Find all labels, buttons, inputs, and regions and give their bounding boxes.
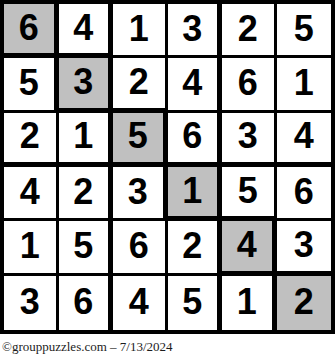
cell-r2c6[interactable]: 1 xyxy=(277,58,332,112)
digit: 4 xyxy=(237,227,257,263)
cell-r4c3[interactable]: 3 xyxy=(113,167,168,221)
digit: 3 xyxy=(128,174,148,210)
digit: 5 xyxy=(128,118,148,154)
cell-r1c4[interactable]: 3 xyxy=(168,4,223,58)
cell-r1c2[interactable]: 4 xyxy=(59,4,114,58)
digit: 3 xyxy=(20,284,40,320)
digit: 4 xyxy=(294,118,314,154)
cell-r3c6[interactable]: 4 xyxy=(277,113,332,167)
digit: 5 xyxy=(238,173,258,209)
cell-r1c5[interactable]: 2 xyxy=(222,4,277,58)
cell-r4c1[interactable]: 4 xyxy=(4,167,59,221)
digit: 5 xyxy=(19,65,39,101)
cell-r6c1[interactable]: 3 xyxy=(4,276,59,330)
cell-r2c1[interactable]: 5 xyxy=(4,58,59,112)
digit: 2 xyxy=(20,118,40,154)
digit: 5 xyxy=(182,284,202,320)
cell-r3c2[interactable]: 1 xyxy=(59,113,114,167)
cell-r3c3[interactable]: 5 xyxy=(113,113,168,167)
cell-r4c5[interactable]: 5 xyxy=(222,167,277,221)
cell-r4c6[interactable]: 6 xyxy=(277,167,332,221)
digit: 6 xyxy=(73,284,93,320)
cell-r5c2[interactable]: 5 xyxy=(59,221,114,275)
cell-r1c3[interactable]: 1 xyxy=(113,4,168,58)
digit: 1 xyxy=(73,118,93,154)
cell-r2c2[interactable]: 3 xyxy=(59,58,114,112)
digit: 1 xyxy=(129,11,149,47)
digit: 3 xyxy=(73,64,93,100)
digit: 3 xyxy=(182,11,202,47)
cell-r3c1[interactable]: 2 xyxy=(4,113,59,167)
cell-r3c5[interactable]: 3 xyxy=(222,113,277,167)
digit: 6 xyxy=(182,118,202,154)
digit: 2 xyxy=(73,174,93,210)
cell-r5c5[interactable]: 4 xyxy=(222,221,277,275)
cell-r5c1[interactable]: 1 xyxy=(4,221,59,275)
digit: 4 xyxy=(129,284,149,320)
cell-r6c5[interactable]: 1 xyxy=(222,276,277,330)
digit: 4 xyxy=(73,10,93,46)
copyright-credit: ©grouppuzzles.com – 7/13/2024 xyxy=(2,339,173,355)
cell-r5c6[interactable]: 3 xyxy=(277,221,332,275)
digit: 1 xyxy=(294,65,314,101)
cell-r4c2[interactable]: 2 xyxy=(59,167,114,221)
digit: 2 xyxy=(294,284,314,320)
cell-r6c6[interactable]: 2 xyxy=(277,276,332,330)
digit: 6 xyxy=(19,10,39,46)
cell-r6c2[interactable]: 6 xyxy=(59,276,114,330)
digit: 4 xyxy=(182,65,202,101)
digit: 1 xyxy=(237,284,257,320)
cell-r3c4[interactable]: 6 xyxy=(168,113,223,167)
digit: 3 xyxy=(294,227,314,263)
digit: 6 xyxy=(129,228,149,264)
cell-r2c5[interactable]: 6 xyxy=(222,58,277,112)
digit: 5 xyxy=(73,228,93,264)
cell-r2c3[interactable]: 2 xyxy=(113,58,168,112)
cell-r2c4[interactable]: 4 xyxy=(168,58,223,112)
digit: 6 xyxy=(238,65,258,101)
digit: 2 xyxy=(129,64,149,100)
cell-r5c4[interactable]: 2 xyxy=(168,221,223,275)
sudoku-board: 641325532461215634423156156243364512 xyxy=(0,0,335,334)
cell-r1c1[interactable]: 6 xyxy=(4,4,59,58)
digit: 3 xyxy=(238,118,258,154)
cell-r6c3[interactable]: 4 xyxy=(113,276,168,330)
cell-r4c4[interactable]: 1 xyxy=(168,167,223,221)
digit: 2 xyxy=(238,11,258,47)
cell-r1c6[interactable]: 5 xyxy=(277,4,332,58)
digit: 1 xyxy=(182,173,202,209)
digit: 1 xyxy=(20,228,40,264)
puzzle-page: 641325532461215634423156156243364512 ©gr… xyxy=(0,0,335,357)
digit: 4 xyxy=(20,174,40,210)
digit: 2 xyxy=(182,228,202,264)
cell-r5c3[interactable]: 6 xyxy=(113,221,168,275)
digit: 5 xyxy=(294,11,314,47)
cell-r6c4[interactable]: 5 xyxy=(168,276,223,330)
digit: 6 xyxy=(294,174,314,210)
